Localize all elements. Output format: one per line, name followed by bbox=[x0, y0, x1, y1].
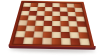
square-h1[interactable] bbox=[79, 38, 90, 45]
chessboard bbox=[13, 2, 89, 44]
board-perspective-wrapper bbox=[0, 0, 100, 56]
chessboard-frame bbox=[9, 0, 95, 47]
square-e1[interactable] bbox=[52, 38, 62, 45]
square-d1[interactable] bbox=[42, 37, 52, 44]
photo-background bbox=[0, 0, 100, 56]
